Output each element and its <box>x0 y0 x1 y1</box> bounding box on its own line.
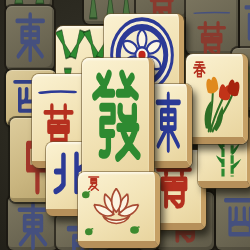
xi-glyph <box>222 191 250 242</box>
stick-glyph <box>32 0 48 5</box>
tile-west-wind-br[interactable] <box>216 184 250 250</box>
dong-glyph <box>11 11 49 63</box>
tile-lotus-flower[interactable] <box>78 172 160 248</box>
wan-glyph <box>194 20 229 54</box>
leaf-glyph <box>129 224 141 236</box>
tile-tulip-flower[interactable] <box>186 54 248 144</box>
stick-glyph <box>11 0 27 5</box>
xi-glyph <box>243 0 250 46</box>
tile-east-wind-tl[interactable] <box>6 6 54 70</box>
dong-glyph <box>152 90 185 155</box>
stick-glyph <box>86 0 101 21</box>
leaf-glyph <box>84 226 94 237</box>
tile-east-wind[interactable] <box>150 84 192 168</box>
fa-glyph <box>86 65 145 166</box>
tile-green-dragon[interactable] <box>82 58 154 182</box>
yi-glyph <box>38 83 77 100</box>
tile-one-character-tr[interactable] <box>186 0 238 54</box>
yi-glyph <box>193 8 230 17</box>
tile-west-wind-corner-tr[interactable] <box>240 0 250 52</box>
tulips-glyph <box>194 67 243 137</box>
mahjong-board <box>0 0 250 250</box>
